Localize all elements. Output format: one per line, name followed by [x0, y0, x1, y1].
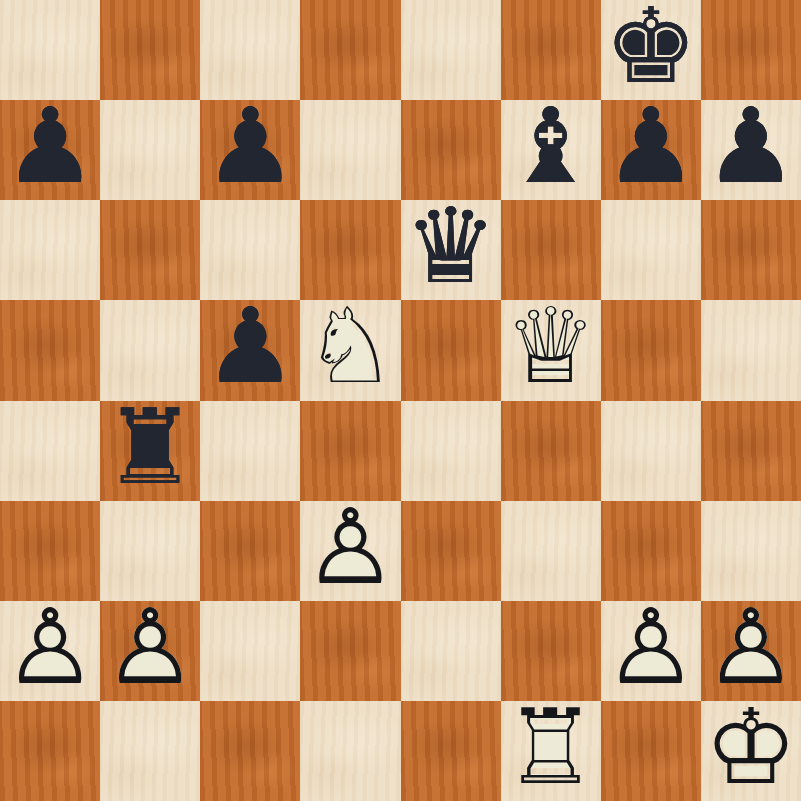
white-king[interactable]: ♚♔ — [701, 701, 801, 801]
square-d6[interactable] — [300, 200, 400, 300]
black-pawn[interactable]: ♟♙ — [200, 300, 300, 400]
white-king-outline-glyph: ♔ — [701, 701, 801, 797]
square-b3[interactable] — [100, 501, 200, 601]
square-a6[interactable] — [0, 200, 100, 300]
square-a3[interactable] — [0, 501, 100, 601]
square-g6[interactable] — [601, 200, 701, 300]
square-e5[interactable] — [401, 300, 501, 400]
black-pawn[interactable]: ♟♙ — [701, 100, 801, 200]
white-pawn[interactable]: ♟♙ — [300, 501, 400, 601]
square-b8[interactable] — [100, 0, 200, 100]
square-e4[interactable] — [401, 401, 501, 501]
square-g4[interactable] — [601, 401, 701, 501]
white-knight-outline-glyph: ♘ — [300, 300, 400, 396]
square-g8[interactable]: ♚♔ — [601, 0, 701, 100]
white-pawn[interactable]: ♟♙ — [601, 601, 701, 701]
white-pawn-outline-glyph: ♙ — [100, 601, 200, 697]
square-c7[interactable]: ♟♙ — [200, 100, 300, 200]
square-a8[interactable] — [0, 0, 100, 100]
square-d4[interactable] — [300, 401, 400, 501]
square-h5[interactable] — [701, 300, 801, 400]
white-pawn-outline-glyph: ♙ — [0, 601, 100, 697]
black-pawn[interactable]: ♟♙ — [0, 100, 100, 200]
black-king[interactable]: ♚♔ — [601, 0, 701, 100]
black-king-outline-glyph: ♔ — [601, 0, 701, 96]
square-e7[interactable] — [401, 100, 501, 200]
square-b2[interactable]: ♟♙ — [100, 601, 200, 701]
square-d7[interactable] — [300, 100, 400, 200]
black-rook-outline-glyph: ♖ — [100, 401, 200, 497]
square-f6[interactable] — [501, 200, 601, 300]
white-pawn-outline-glyph: ♙ — [300, 501, 400, 597]
square-c6[interactable] — [200, 200, 300, 300]
square-g2[interactable]: ♟♙ — [601, 601, 701, 701]
white-pawn-outline-glyph: ♙ — [601, 601, 701, 697]
white-pawn[interactable]: ♟♙ — [100, 601, 200, 701]
black-rook[interactable]: ♜♖ — [100, 401, 200, 501]
square-a7[interactable]: ♟♙ — [0, 100, 100, 200]
square-h6[interactable] — [701, 200, 801, 300]
square-h1[interactable]: ♚♔ — [701, 701, 801, 801]
white-rook-outline-glyph: ♖ — [501, 701, 601, 797]
square-e8[interactable] — [401, 0, 501, 100]
black-pawn-outline-glyph: ♙ — [0, 100, 100, 196]
square-g1[interactable] — [601, 701, 701, 801]
square-b4[interactable]: ♜♖ — [100, 401, 200, 501]
chess-board: ♚♔♟♙♟♙♝♗♟♙♟♙♛♕♟♙♞♘♛♕♜♖♟♙♟♙♟♙♟♙♟♙♜♖♚♔ — [0, 0, 801, 801]
square-g3[interactable] — [601, 501, 701, 601]
square-b1[interactable] — [100, 701, 200, 801]
square-e6[interactable]: ♛♕ — [401, 200, 501, 300]
square-h8[interactable] — [701, 0, 801, 100]
white-pawn[interactable]: ♟♙ — [0, 601, 100, 701]
square-c5[interactable]: ♟♙ — [200, 300, 300, 400]
black-pawn[interactable]: ♟♙ — [200, 100, 300, 200]
square-f1[interactable]: ♜♖ — [501, 701, 601, 801]
square-e2[interactable] — [401, 601, 501, 701]
square-d1[interactable] — [300, 701, 400, 801]
square-b6[interactable] — [100, 200, 200, 300]
black-queen[interactable]: ♛♕ — [401, 200, 501, 300]
white-rook[interactable]: ♜♖ — [501, 701, 601, 801]
square-d8[interactable] — [300, 0, 400, 100]
square-h3[interactable] — [701, 501, 801, 601]
square-c2[interactable] — [200, 601, 300, 701]
black-pawn-outline-glyph: ♙ — [200, 300, 300, 396]
white-pawn-outline-glyph: ♙ — [701, 601, 801, 697]
square-c1[interactable] — [200, 701, 300, 801]
square-c8[interactable] — [200, 0, 300, 100]
square-f5[interactable]: ♛♕ — [501, 300, 601, 400]
black-pawn-outline-glyph: ♙ — [701, 100, 801, 196]
square-h4[interactable] — [701, 401, 801, 501]
square-b5[interactable] — [100, 300, 200, 400]
square-f2[interactable] — [501, 601, 601, 701]
square-f7[interactable]: ♝♗ — [501, 100, 601, 200]
white-queen[interactable]: ♛♕ — [501, 300, 601, 400]
square-a2[interactable]: ♟♙ — [0, 601, 100, 701]
square-e1[interactable] — [401, 701, 501, 801]
black-bishop[interactable]: ♝♗ — [501, 100, 601, 200]
square-d2[interactable] — [300, 601, 400, 701]
square-a1[interactable] — [0, 701, 100, 801]
square-a5[interactable] — [0, 300, 100, 400]
black-pawn[interactable]: ♟♙ — [601, 100, 701, 200]
square-a4[interactable] — [0, 401, 100, 501]
black-bishop-outline-glyph: ♗ — [501, 100, 601, 196]
square-f3[interactable] — [501, 501, 601, 601]
white-knight[interactable]: ♞♘ — [300, 300, 400, 400]
white-pawn[interactable]: ♟♙ — [701, 601, 801, 701]
square-d5[interactable]: ♞♘ — [300, 300, 400, 400]
black-queen-outline-glyph: ♕ — [401, 200, 501, 296]
square-f8[interactable] — [501, 0, 601, 100]
square-g7[interactable]: ♟♙ — [601, 100, 701, 200]
square-h7[interactable]: ♟♙ — [701, 100, 801, 200]
square-b7[interactable] — [100, 100, 200, 200]
square-e3[interactable] — [401, 501, 501, 601]
square-f4[interactable] — [501, 401, 601, 501]
square-g5[interactable] — [601, 300, 701, 400]
white-queen-outline-glyph: ♕ — [501, 300, 601, 396]
square-c4[interactable] — [200, 401, 300, 501]
square-d3[interactable]: ♟♙ — [300, 501, 400, 601]
black-pawn-outline-glyph: ♙ — [200, 100, 300, 196]
black-pawn-outline-glyph: ♙ — [601, 100, 701, 196]
square-c3[interactable] — [200, 501, 300, 601]
square-h2[interactable]: ♟♙ — [701, 601, 801, 701]
